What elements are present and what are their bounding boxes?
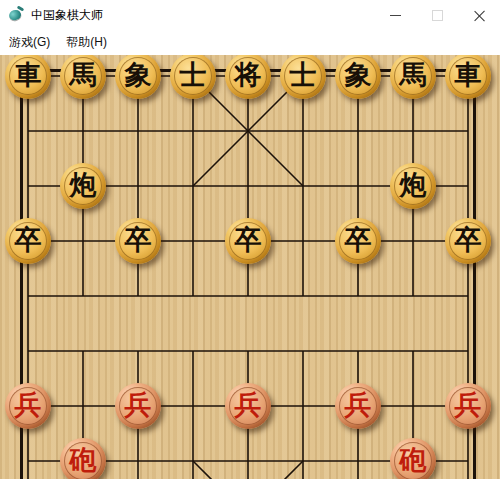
piece-character: 馬 xyxy=(70,62,97,89)
piece-red-r7c7[interactable]: 兵 xyxy=(335,383,381,429)
piece-character: 象 xyxy=(345,62,372,89)
piece-face: 炮 xyxy=(394,167,432,205)
piece-character: 車 xyxy=(15,62,42,89)
piece-character: 象 xyxy=(125,62,152,89)
piece-black-r1c2[interactable]: 馬 xyxy=(60,55,106,99)
piece-red-r7c9[interactable]: 兵 xyxy=(445,383,491,429)
piece-black-r4c9[interactable]: 卒 xyxy=(445,218,491,264)
piece-character: 卒 xyxy=(455,227,482,254)
piece-black-r4c7[interactable]: 卒 xyxy=(335,218,381,264)
piece-face: 兵 xyxy=(119,387,157,425)
piece-black-r1c8[interactable]: 馬 xyxy=(390,55,436,99)
piece-character: 兵 xyxy=(345,392,372,419)
menu-item-game[interactable]: 游戏(G) xyxy=(1,30,58,55)
piece-black-r1c9[interactable]: 車 xyxy=(445,55,491,99)
maximize-icon xyxy=(432,10,443,21)
piece-face: 士 xyxy=(174,57,212,95)
piece-face: 象 xyxy=(339,57,377,95)
piece-face: 兵 xyxy=(9,387,47,425)
piece-red-r8c8[interactable]: 砲 xyxy=(390,438,436,479)
minimize-button[interactable] xyxy=(374,0,416,30)
maximize-button[interactable] xyxy=(416,0,458,30)
piece-black-r1c3[interactable]: 象 xyxy=(115,55,161,99)
piece-black-r4c3[interactable]: 卒 xyxy=(115,218,161,264)
piece-character: 炮 xyxy=(70,172,97,199)
menu-item-help[interactable]: 帮助(H) xyxy=(58,30,115,55)
app-icon xyxy=(8,7,24,23)
piece-red-r7c3[interactable]: 兵 xyxy=(115,383,161,429)
piece-face: 兵 xyxy=(229,387,267,425)
piece-black-r1c5[interactable]: 将 xyxy=(225,55,271,99)
xiangqi-board[interactable]: 車馬象士将士象馬車炮炮卒卒卒卒卒兵兵兵兵兵砲砲 xyxy=(0,55,500,479)
piece-character: 兵 xyxy=(125,392,152,419)
piece-face: 卒 xyxy=(449,222,487,260)
piece-face: 将 xyxy=(229,57,267,95)
piece-character: 士 xyxy=(290,62,317,89)
piece-character: 兵 xyxy=(455,392,482,419)
piece-character: 馬 xyxy=(400,62,427,89)
piece-character: 砲 xyxy=(70,447,97,474)
piece-black-r1c6[interactable]: 士 xyxy=(280,55,326,99)
piece-character: 砲 xyxy=(400,447,427,474)
piece-face: 兵 xyxy=(339,387,377,425)
piece-black-r4c1[interactable]: 卒 xyxy=(5,218,51,264)
piece-face: 兵 xyxy=(449,387,487,425)
piece-character: 卒 xyxy=(235,227,262,254)
piece-black-r3c2[interactable]: 炮 xyxy=(60,163,106,209)
piece-red-r7c5[interactable]: 兵 xyxy=(225,383,271,429)
piece-character: 兵 xyxy=(15,392,42,419)
piece-face: 炮 xyxy=(64,167,102,205)
piece-black-r1c7[interactable]: 象 xyxy=(335,55,381,99)
piece-black-r4c5[interactable]: 卒 xyxy=(225,218,271,264)
title-bar: 中国象棋大师 xyxy=(0,0,500,30)
window-controls xyxy=(374,0,500,30)
piece-face: 卒 xyxy=(339,222,377,260)
piece-red-r7c1[interactable]: 兵 xyxy=(5,383,51,429)
piece-character: 車 xyxy=(455,62,482,89)
piece-character: 卒 xyxy=(125,227,152,254)
piece-face: 卒 xyxy=(119,222,157,260)
piece-face: 車 xyxy=(9,57,47,95)
piece-character: 士 xyxy=(180,62,207,89)
piece-face: 卒 xyxy=(9,222,47,260)
close-icon xyxy=(474,10,485,21)
piece-black-r1c1[interactable]: 車 xyxy=(5,55,51,99)
piece-face: 砲 xyxy=(394,442,432,479)
piece-black-r1c4[interactable]: 士 xyxy=(170,55,216,99)
piece-character: 炮 xyxy=(400,172,427,199)
piece-face: 卒 xyxy=(229,222,267,260)
piece-face: 車 xyxy=(449,57,487,95)
minimize-icon xyxy=(390,15,401,16)
piece-face: 砲 xyxy=(64,442,102,479)
piece-black-r3c8[interactable]: 炮 xyxy=(390,163,436,209)
piece-face: 馬 xyxy=(394,57,432,95)
piece-character: 将 xyxy=(235,62,262,89)
piece-face: 馬 xyxy=(64,57,102,95)
piece-face: 象 xyxy=(119,57,157,95)
close-button[interactable] xyxy=(458,0,500,30)
piece-character: 卒 xyxy=(15,227,42,254)
menu-bar: 游戏(G) 帮助(H) xyxy=(0,30,500,55)
app-window: 中国象棋大师 游戏(G) 帮助(H) 車馬象士将士象馬車炮炮卒卒卒卒卒兵兵兵兵兵… xyxy=(0,0,500,479)
window-title: 中国象棋大师 xyxy=(31,7,103,24)
piece-character: 卒 xyxy=(345,227,372,254)
piece-character: 兵 xyxy=(235,392,262,419)
piece-face: 士 xyxy=(284,57,322,95)
piece-red-r8c2[interactable]: 砲 xyxy=(60,438,106,479)
